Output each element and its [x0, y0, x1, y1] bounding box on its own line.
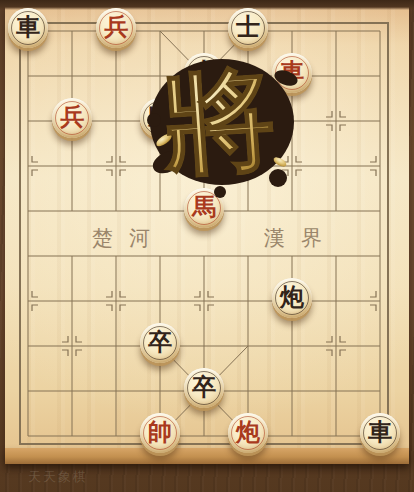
black-車-piece[interactable]: 車	[8, 8, 48, 48]
black-士-piece[interactable]: 士	[184, 53, 224, 93]
piece-character: 兵	[60, 105, 84, 129]
red-帥-piece[interactable]: 帥	[140, 413, 180, 453]
piece-character: 士	[192, 60, 216, 84]
piece-character: 車	[16, 15, 40, 39]
piece-character: 車	[280, 60, 304, 84]
black-卒-piece[interactable]: 卒	[140, 323, 180, 363]
red-車-piece[interactable]: 車	[272, 53, 312, 93]
black-車-piece[interactable]: 車	[360, 413, 400, 453]
river-label-chu-he: 楚河	[92, 224, 166, 252]
piece-character: 帥	[148, 420, 172, 444]
piece-character: 卒	[148, 330, 172, 354]
piece-character: 將	[148, 105, 172, 129]
xiangqi-app-screen: { "game": "xiangqi", "position": { "fen"…	[0, 0, 414, 492]
piece-character: 卒	[192, 375, 216, 399]
red-兵-piece[interactable]: 兵	[96, 8, 136, 48]
river-label-han-jie: 漢界	[264, 224, 338, 252]
piece-character: 炮	[280, 285, 304, 309]
piece-character: 士	[236, 15, 260, 39]
piece-character: 馬	[192, 195, 216, 219]
red-兵-piece[interactable]: 兵	[52, 98, 92, 138]
app-watermark: 天天象棋	[28, 468, 88, 486]
red-馬-piece[interactable]: 馬	[184, 188, 224, 228]
black-士-piece[interactable]: 士	[228, 8, 268, 48]
red-炮-piece[interactable]: 炮	[228, 413, 268, 453]
piece-character: 車	[368, 420, 392, 444]
black-炮-piece[interactable]: 炮	[272, 278, 312, 318]
piece-character: 炮	[236, 420, 260, 444]
piece-character: 兵	[104, 15, 128, 39]
black-將-piece[interactable]: 將	[140, 98, 180, 138]
black-卒-piece[interactable]: 卒	[184, 368, 224, 408]
